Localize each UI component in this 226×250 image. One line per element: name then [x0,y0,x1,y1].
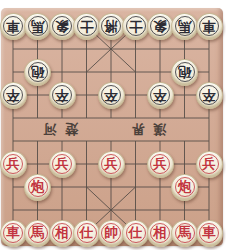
piece-black-soldier[interactable]: 卒 [98,82,125,109]
piece-character: 車 [202,226,216,240]
piece-character: 相 [153,226,167,240]
piece-red-soldier[interactable]: 兵 [49,151,76,178]
piece-black-soldier[interactable]: 卒 [0,82,27,109]
piece-black-advisor[interactable]: 士 [122,13,149,40]
piece-character: 帥 [104,226,118,240]
piece-black-general[interactable]: 將 [98,13,125,40]
piece-black-advisor[interactable]: 士 [73,13,100,40]
piece-character: 象 [153,19,167,33]
piece-character: 卒 [55,88,69,102]
piece-character: 卒 [202,88,216,102]
piece-character: 兵 [202,157,216,171]
piece-character: 兵 [6,157,20,171]
piece-character: 馬 [31,19,45,33]
piece-character: 仕 [129,226,143,240]
piece-red-cannon[interactable]: 炮 [171,174,198,201]
piece-character: 炮 [31,180,45,194]
piece-character: 砲 [31,65,45,79]
piece-red-general[interactable]: 帥 [98,220,125,247]
piece-character: 車 [202,19,216,33]
piece-character: 將 [104,19,118,33]
piece-red-chariot[interactable]: 車 [196,220,223,247]
piece-character: 相 [55,226,69,240]
piece-red-soldier[interactable]: 兵 [147,151,174,178]
piece-red-horse[interactable]: 馬 [24,220,51,247]
piece-red-elephant[interactable]: 相 [49,220,76,247]
piece-black-soldier[interactable]: 卒 [147,82,174,109]
piece-black-horse[interactable]: 馬 [24,13,51,40]
piece-red-soldier[interactable]: 兵 [0,151,27,178]
piece-character: 兵 [104,157,118,171]
piece-character: 馬 [31,226,45,240]
piece-red-elephant[interactable]: 相 [147,220,174,247]
piece-red-soldier[interactable]: 兵 [98,151,125,178]
piece-character: 卒 [153,88,167,102]
piece-character: 砲 [178,65,192,79]
piece-black-soldier[interactable]: 卒 [196,82,223,109]
piece-black-elephant[interactable]: 象 [147,13,174,40]
piece-character: 卒 [6,88,20,102]
piece-character: 馬 [178,226,192,240]
river-label-left: 楚河 [35,123,88,136]
piece-red-cannon[interactable]: 炮 [24,174,51,201]
piece-black-elephant[interactable]: 象 [49,13,76,40]
piece-character: 馬 [178,19,192,33]
piece-black-horse[interactable]: 馬 [171,13,198,40]
piece-character: 兵 [55,157,69,171]
piece-character: 車 [6,19,20,33]
piece-character: 士 [80,19,94,33]
piece-black-chariot[interactable]: 車 [0,13,27,40]
piece-black-soldier[interactable]: 卒 [49,82,76,109]
river-label-right: 漢界 [123,123,176,136]
piece-character: 仕 [80,226,94,240]
piece-red-chariot[interactable]: 車 [0,220,27,247]
piece-black-chariot[interactable]: 車 [196,13,223,40]
piece-red-advisor[interactable]: 仕 [73,220,100,247]
piece-character: 車 [6,226,20,240]
piece-red-soldier[interactable]: 兵 [196,151,223,178]
xiangqi-set-photo: 楚河 漢界 車馬象士將士象馬車砲砲卒卒卒卒卒兵兵兵兵兵炮炮車馬相仕帥仕相馬車 [0,0,226,250]
piece-black-cannon[interactable]: 砲 [171,59,198,86]
piece-character: 炮 [178,180,192,194]
piece-red-horse[interactable]: 馬 [171,220,198,247]
piece-character: 兵 [153,157,167,171]
piece-character: 士 [129,19,143,33]
piece-red-advisor[interactable]: 仕 [122,220,149,247]
piece-black-cannon[interactable]: 砲 [24,59,51,86]
piece-character: 卒 [104,88,118,102]
piece-character: 象 [55,19,69,33]
